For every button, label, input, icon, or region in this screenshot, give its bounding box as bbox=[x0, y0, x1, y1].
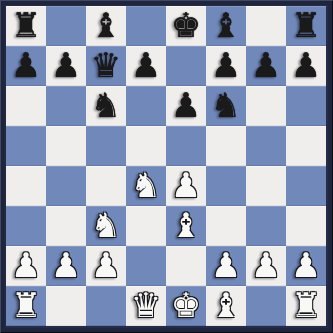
square-d1[interactable]: ♛ bbox=[126, 286, 166, 326]
square-c6[interactable]: ♞ bbox=[86, 86, 126, 126]
piece-white-rook[interactable]: ♜ bbox=[291, 285, 321, 325]
piece-white-pawn[interactable]: ♟ bbox=[11, 245, 41, 285]
square-c5[interactable] bbox=[86, 126, 126, 166]
square-e4[interactable]: ♟ bbox=[166, 166, 206, 206]
piece-white-pawn[interactable]: ♟ bbox=[51, 245, 81, 285]
square-b2[interactable]: ♟ bbox=[46, 246, 86, 286]
piece-white-bishop[interactable]: ♝ bbox=[211, 285, 241, 325]
square-f4[interactable] bbox=[206, 166, 246, 206]
piece-white-queen[interactable]: ♛ bbox=[131, 285, 161, 325]
square-c4[interactable] bbox=[86, 166, 126, 206]
square-c1[interactable] bbox=[86, 286, 126, 326]
square-d3[interactable] bbox=[126, 206, 166, 246]
square-b4[interactable] bbox=[46, 166, 86, 206]
square-c2[interactable]: ♟ bbox=[86, 246, 126, 286]
piece-black-rook[interactable]: ♜ bbox=[291, 5, 321, 45]
square-e5[interactable] bbox=[166, 126, 206, 166]
square-f8[interactable]: ♝ bbox=[206, 6, 246, 46]
piece-black-pawn[interactable]: ♟ bbox=[131, 45, 161, 85]
square-f1[interactable]: ♝ bbox=[206, 286, 246, 326]
chess-board: ♜♝♚♝♜♟♟♛♟♟♟♟♞♟♞♞♟♞♝♟♟♟♟♟♟♜♛♚♝♜ bbox=[6, 6, 326, 326]
square-e2[interactable] bbox=[166, 246, 206, 286]
square-h6[interactable] bbox=[286, 86, 326, 126]
square-h2[interactable]: ♟ bbox=[286, 246, 326, 286]
square-b7[interactable]: ♟ bbox=[46, 46, 86, 86]
piece-black-pawn[interactable]: ♟ bbox=[11, 45, 41, 85]
piece-white-knight[interactable]: ♞ bbox=[91, 205, 121, 245]
square-d5[interactable] bbox=[126, 126, 166, 166]
piece-white-bishop[interactable]: ♝ bbox=[171, 205, 201, 245]
chess-board-frame: ♜♝♚♝♜♟♟♛♟♟♟♟♞♟♞♞♟♞♝♟♟♟♟♟♟♜♛♚♝♜ bbox=[0, 0, 333, 333]
piece-white-pawn[interactable]: ♟ bbox=[171, 165, 201, 205]
square-g8[interactable] bbox=[246, 6, 286, 46]
square-f6[interactable]: ♞ bbox=[206, 86, 246, 126]
square-b1[interactable] bbox=[46, 286, 86, 326]
square-e1[interactable]: ♚ bbox=[166, 286, 206, 326]
square-e8[interactable]: ♚ bbox=[166, 6, 206, 46]
square-c3[interactable]: ♞ bbox=[86, 206, 126, 246]
square-d6[interactable] bbox=[126, 86, 166, 126]
square-h1[interactable]: ♜ bbox=[286, 286, 326, 326]
square-a3[interactable] bbox=[6, 206, 46, 246]
square-b3[interactable] bbox=[46, 206, 86, 246]
square-g2[interactable]: ♟ bbox=[246, 246, 286, 286]
piece-white-king[interactable]: ♚ bbox=[171, 285, 201, 325]
square-d8[interactable] bbox=[126, 6, 166, 46]
square-e6[interactable]: ♟ bbox=[166, 86, 206, 126]
square-h4[interactable] bbox=[286, 166, 326, 206]
piece-black-queen[interactable]: ♛ bbox=[91, 45, 121, 85]
square-e3[interactable]: ♝ bbox=[166, 206, 206, 246]
square-b8[interactable] bbox=[46, 6, 86, 46]
square-g4[interactable] bbox=[246, 166, 286, 206]
piece-black-pawn[interactable]: ♟ bbox=[291, 45, 321, 85]
piece-white-pawn[interactable]: ♟ bbox=[291, 245, 321, 285]
piece-black-knight[interactable]: ♞ bbox=[211, 85, 241, 125]
square-h7[interactable]: ♟ bbox=[286, 46, 326, 86]
square-c8[interactable]: ♝ bbox=[86, 6, 126, 46]
piece-white-pawn[interactable]: ♟ bbox=[91, 245, 121, 285]
square-a6[interactable] bbox=[6, 86, 46, 126]
square-a8[interactable]: ♜ bbox=[6, 6, 46, 46]
piece-black-bishop[interactable]: ♝ bbox=[91, 5, 121, 45]
square-a5[interactable] bbox=[6, 126, 46, 166]
piece-black-pawn[interactable]: ♟ bbox=[51, 45, 81, 85]
piece-black-knight[interactable]: ♞ bbox=[91, 85, 121, 125]
piece-white-pawn[interactable]: ♟ bbox=[211, 245, 241, 285]
square-b5[interactable] bbox=[46, 126, 86, 166]
piece-black-rook[interactable]: ♜ bbox=[11, 5, 41, 45]
square-f2[interactable]: ♟ bbox=[206, 246, 246, 286]
square-a1[interactable]: ♜ bbox=[6, 286, 46, 326]
square-h5[interactable] bbox=[286, 126, 326, 166]
square-a2[interactable]: ♟ bbox=[6, 246, 46, 286]
square-g3[interactable] bbox=[246, 206, 286, 246]
piece-black-pawn[interactable]: ♟ bbox=[171, 85, 201, 125]
square-d7[interactable]: ♟ bbox=[126, 46, 166, 86]
square-g1[interactable] bbox=[246, 286, 286, 326]
piece-white-rook[interactable]: ♜ bbox=[11, 285, 41, 325]
piece-white-pawn[interactable]: ♟ bbox=[251, 245, 281, 285]
square-g6[interactable] bbox=[246, 86, 286, 126]
piece-black-king[interactable]: ♚ bbox=[171, 5, 201, 45]
square-d2[interactable] bbox=[126, 246, 166, 286]
square-f5[interactable] bbox=[206, 126, 246, 166]
piece-black-pawn[interactable]: ♟ bbox=[211, 45, 241, 85]
square-h3[interactable] bbox=[286, 206, 326, 246]
square-g5[interactable] bbox=[246, 126, 286, 166]
piece-white-knight[interactable]: ♞ bbox=[131, 165, 161, 205]
square-d4[interactable]: ♞ bbox=[126, 166, 166, 206]
square-f3[interactable] bbox=[206, 206, 246, 246]
square-h8[interactable]: ♜ bbox=[286, 6, 326, 46]
square-e7[interactable] bbox=[166, 46, 206, 86]
square-a4[interactable] bbox=[6, 166, 46, 206]
square-b6[interactable] bbox=[46, 86, 86, 126]
square-a7[interactable]: ♟ bbox=[6, 46, 46, 86]
piece-black-pawn[interactable]: ♟ bbox=[251, 45, 281, 85]
square-g7[interactable]: ♟ bbox=[246, 46, 286, 86]
square-c7[interactable]: ♛ bbox=[86, 46, 126, 86]
piece-black-bishop[interactable]: ♝ bbox=[211, 5, 241, 45]
square-f7[interactable]: ♟ bbox=[206, 46, 246, 86]
